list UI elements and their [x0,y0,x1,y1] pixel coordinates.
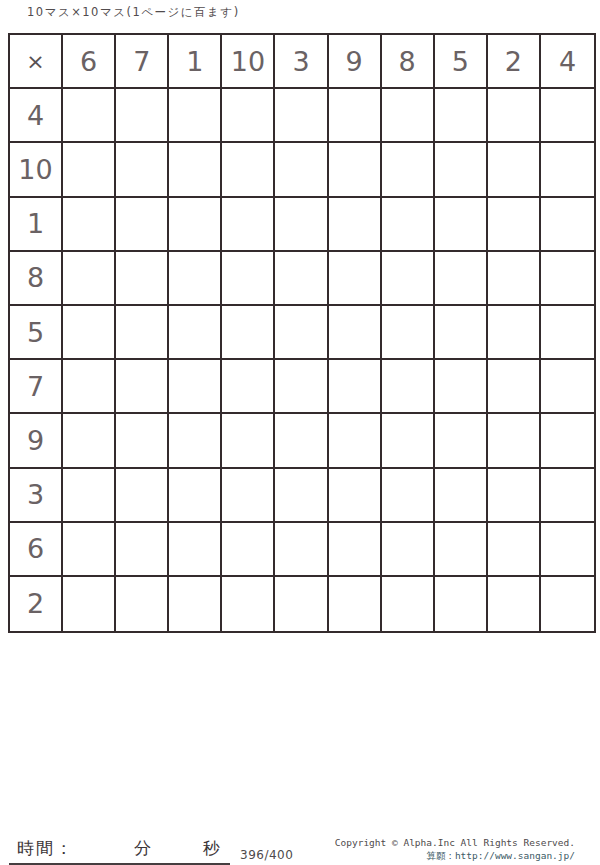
answer-cell[interactable] [169,414,222,468]
answer-cell[interactable] [275,198,328,252]
answer-cell[interactable] [275,143,328,197]
answer-cell[interactable] [329,360,382,414]
answer-cell[interactable] [116,577,169,631]
answer-cell[interactable] [435,523,488,577]
worksheet-page: 10マス×10マス(1ページに百ます) ×6711039852441018579… [0,0,600,865]
answer-cell[interactable] [169,89,222,143]
answer-cell[interactable] [222,469,275,523]
answer-cell[interactable] [116,198,169,252]
answer-cell[interactable] [275,306,328,360]
answer-cell[interactable] [329,252,382,306]
time-entry-line: 時間： 分 秒 396/400 [9,837,293,865]
answer-cell[interactable] [222,360,275,414]
answer-cell[interactable] [435,469,488,523]
col-header-cell: 4 [541,35,594,89]
answer-cell[interactable] [488,577,541,631]
answer-cell[interactable] [169,360,222,414]
col-header-cell: 8 [382,35,435,89]
answer-cell[interactable] [329,577,382,631]
answer-cell[interactable] [329,306,382,360]
row-header-cell: 4 [10,89,63,143]
col-header-cell: 6 [63,35,116,89]
page-indicator: 396/400 [240,848,293,865]
answer-cell[interactable] [488,143,541,197]
answer-cell[interactable] [222,577,275,631]
answer-cell[interactable] [382,360,435,414]
answer-cell[interactable] [63,306,116,360]
seconds-label: 秒 [203,837,222,860]
row-header-cell: 3 [10,469,63,523]
answer-cell[interactable] [329,89,382,143]
answer-cell[interactable] [541,89,594,143]
answer-cell[interactable] [222,89,275,143]
answer-cell[interactable] [435,198,488,252]
row-header-cell: 9 [10,414,63,468]
answer-cell[interactable] [541,252,594,306]
answer-cell[interactable] [169,143,222,197]
corner-operation-cell: × [10,35,63,89]
minutes-label: 分 [134,837,153,860]
answer-cell[interactable] [382,143,435,197]
answer-cell[interactable] [116,523,169,577]
answer-cell[interactable] [488,252,541,306]
answer-cell[interactable] [382,577,435,631]
answer-cell[interactable] [488,360,541,414]
row-header-cell: 5 [10,306,63,360]
answer-cell[interactable] [63,414,116,468]
answer-cell[interactable] [541,360,594,414]
answer-cell[interactable] [63,469,116,523]
answer-cell[interactable] [169,577,222,631]
answer-cell[interactable] [116,252,169,306]
answer-cell[interactable] [116,414,169,468]
answer-cell[interactable] [435,89,488,143]
answer-cell[interactable] [541,143,594,197]
answer-cell[interactable] [382,469,435,523]
col-header-cell: 3 [275,35,328,89]
answer-cell[interactable] [382,198,435,252]
answer-cell[interactable] [329,523,382,577]
row-header-cell: 1 [10,198,63,252]
answer-cell[interactable] [382,306,435,360]
answer-cell[interactable] [169,198,222,252]
copyright-text: Copyright © Alpha.Inc All Rights Reserve… [335,836,575,849]
row-header-cell: 2 [10,577,63,631]
answer-cell[interactable] [222,306,275,360]
answer-cell[interactable] [169,469,222,523]
answer-cell[interactable] [63,89,116,143]
answer-cell[interactable] [329,469,382,523]
answer-cell[interactable] [63,577,116,631]
answer-cell[interactable] [222,198,275,252]
answer-cell[interactable] [275,252,328,306]
answer-cell[interactable] [435,414,488,468]
answer-cell[interactable] [329,198,382,252]
time-label: 時間： [17,837,74,860]
answer-cell[interactable] [275,360,328,414]
answer-cell[interactable] [541,523,594,577]
col-header-cell: 5 [435,35,488,89]
answer-cell[interactable] [488,414,541,468]
answer-cell[interactable] [169,306,222,360]
worksheet-title: 10マス×10マス(1ページに百ます) [27,5,240,20]
answer-cell[interactable] [169,523,222,577]
answer-cell[interactable] [116,469,169,523]
answer-cell[interactable] [275,414,328,468]
answer-cell[interactable] [541,414,594,468]
answer-cell[interactable] [382,414,435,468]
answer-cell[interactable] [222,523,275,577]
answer-cell[interactable] [329,414,382,468]
answer-cell[interactable] [488,523,541,577]
answer-cell[interactable] [63,360,116,414]
answer-cell[interactable] [116,306,169,360]
answer-cell[interactable] [222,143,275,197]
col-header-cell: 7 [116,35,169,89]
time-underline: 時間： 分 秒 [9,837,230,865]
answer-cell[interactable] [488,198,541,252]
copyright-block: Copyright © Alpha.Inc All Rights Reserve… [335,836,575,862]
answer-cell[interactable] [275,523,328,577]
row-header-cell: 7 [10,360,63,414]
row-header-cell: 8 [10,252,63,306]
answer-cell[interactable] [435,143,488,197]
site-url-text: 算願：http://www.sangan.jp/ [335,849,575,862]
answer-cell[interactable] [541,198,594,252]
row-header-cell: 6 [10,523,63,577]
col-header-cell: 9 [329,35,382,89]
answer-cell[interactable] [275,469,328,523]
multiplication-grid: ×6711039852441018579362 [8,33,596,633]
answer-cell[interactable] [116,89,169,143]
answer-cell[interactable] [63,198,116,252]
answer-cell[interactable] [488,469,541,523]
answer-cell[interactable] [63,523,116,577]
col-header-cell: 1 [169,35,222,89]
answer-cell[interactable] [541,469,594,523]
answer-cell[interactable] [435,577,488,631]
answer-cell[interactable] [435,360,488,414]
answer-cell[interactable] [541,577,594,631]
row-header-cell: 10 [10,143,63,197]
answer-cell[interactable] [329,143,382,197]
answer-cell[interactable] [488,306,541,360]
answer-cell[interactable] [116,360,169,414]
col-header-cell: 2 [488,35,541,89]
answer-cell[interactable] [488,89,541,143]
answer-cell[interactable] [275,89,328,143]
answer-cell[interactable] [541,306,594,360]
answer-cell[interactable] [382,523,435,577]
answer-cell[interactable] [63,143,116,197]
answer-cell[interactable] [435,306,488,360]
answer-cell[interactable] [275,577,328,631]
answer-cell[interactable] [222,252,275,306]
answer-cell[interactable] [169,252,222,306]
answer-cell[interactable] [382,89,435,143]
answer-cell[interactable] [435,252,488,306]
answer-cell[interactable] [63,252,116,306]
answer-cell[interactable] [116,143,169,197]
col-header-cell: 10 [222,35,275,89]
answer-cell[interactable] [382,252,435,306]
answer-cell[interactable] [222,414,275,468]
